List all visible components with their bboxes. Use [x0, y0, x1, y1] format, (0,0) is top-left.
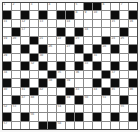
white-cell[interactable]: 17 [21, 28, 29, 35]
white-cell[interactable] [48, 113, 56, 120]
white-cell[interactable] [39, 28, 47, 35]
white-cell[interactable] [39, 71, 47, 78]
white-cell[interactable] [57, 54, 65, 61]
clue-number: 30 [40, 54, 43, 57]
white-cell[interactable] [120, 54, 128, 61]
white-cell[interactable]: 51 [102, 96, 110, 103]
clue-number: 46 [130, 88, 133, 91]
white-cell[interactable]: 5 [75, 3, 83, 10]
white-cell[interactable]: 53 [12, 105, 20, 112]
black-cell [66, 37, 74, 44]
white-cell[interactable] [93, 37, 101, 44]
white-cell[interactable]: 6 [102, 3, 110, 10]
black-cell [21, 79, 29, 86]
white-cell[interactable]: 38 [48, 79, 56, 86]
white-cell[interactable] [57, 3, 65, 10]
black-cell [111, 45, 119, 52]
white-cell[interactable] [12, 54, 20, 61]
white-cell[interactable]: 31 [93, 54, 101, 61]
white-cell[interactable] [57, 45, 65, 52]
white-cell[interactable]: 9 [84, 11, 92, 18]
white-cell[interactable]: 48 [30, 96, 38, 103]
clue-number: 57 [4, 122, 7, 125]
white-cell[interactable]: 47 [21, 96, 29, 103]
white-cell[interactable] [12, 20, 20, 27]
white-cell[interactable] [129, 71, 137, 78]
white-cell[interactable] [3, 96, 11, 103]
white-cell[interactable]: 2 [12, 3, 20, 10]
white-cell[interactable]: 43 [75, 88, 83, 95]
white-cell[interactable] [66, 71, 74, 78]
white-cell[interactable] [84, 122, 92, 129]
white-cell[interactable] [30, 105, 38, 112]
white-cell[interactable] [39, 113, 47, 120]
black-cell [12, 96, 20, 103]
clue-number: 25 [121, 37, 124, 40]
white-cell[interactable] [66, 122, 74, 129]
clue-number: 23 [76, 37, 79, 40]
white-cell[interactable]: 42 [39, 88, 47, 95]
black-cell [57, 96, 65, 103]
clue-number: 34 [4, 71, 7, 74]
white-cell[interactable]: 35 [57, 71, 65, 78]
black-cell [129, 79, 137, 86]
white-cell[interactable]: 21 [39, 37, 47, 44]
white-cell[interactable] [75, 20, 83, 27]
white-cell[interactable] [12, 45, 20, 52]
black-cell [48, 122, 56, 129]
white-cell[interactable] [84, 88, 92, 95]
white-cell[interactable] [21, 3, 29, 10]
white-cell[interactable] [66, 105, 74, 112]
white-cell[interactable]: 20 [12, 37, 20, 44]
black-cell [75, 28, 83, 35]
white-cell[interactable]: 24 [111, 37, 119, 44]
white-cell[interactable]: 29 [3, 54, 11, 61]
white-cell[interactable] [21, 37, 29, 44]
black-cell [111, 62, 119, 69]
clue-number: 3 [31, 3, 33, 6]
black-cell [102, 88, 110, 95]
clue-number: 11 [4, 20, 7, 23]
clue-number: 45 [112, 88, 115, 91]
black-cell [93, 62, 101, 69]
clue-number: 7 [121, 3, 123, 6]
white-cell[interactable]: 44 [93, 88, 101, 95]
clue-number: 31 [94, 54, 97, 57]
white-cell[interactable] [12, 62, 20, 69]
clue-number: 44 [94, 88, 97, 91]
white-cell[interactable] [111, 54, 119, 61]
white-cell[interactable] [120, 11, 128, 18]
white-cell[interactable] [120, 71, 128, 78]
white-cell[interactable] [3, 28, 11, 35]
clue-number: 39 [67, 79, 70, 82]
white-cell[interactable] [12, 71, 20, 78]
white-cell[interactable]: 1 [3, 3, 11, 10]
white-cell[interactable]: 39 [66, 79, 74, 86]
clue-number: 6 [103, 3, 105, 6]
crossword-grid: 1234567891011121314151617181920212223242… [2, 2, 138, 130]
white-cell[interactable] [102, 105, 110, 112]
black-cell [66, 113, 74, 120]
white-cell[interactable] [30, 45, 38, 52]
clue-number: 26 [49, 45, 52, 48]
white-cell[interactable]: 8 [75, 11, 83, 18]
black-cell [129, 113, 137, 120]
white-cell[interactable]: 40 [3, 88, 11, 95]
clue-number: 42 [40, 88, 43, 91]
black-cell [129, 45, 137, 52]
white-cell[interactable] [66, 3, 74, 10]
white-cell[interactable] [75, 122, 83, 129]
black-cell [57, 11, 65, 18]
clue-number: 16 [130, 20, 133, 23]
white-cell[interactable]: 26 [48, 45, 56, 52]
white-cell[interactable]: 57 [3, 122, 11, 129]
white-cell[interactable]: 10 [93, 11, 101, 18]
white-cell[interactable] [120, 113, 128, 120]
black-cell [129, 62, 137, 69]
white-cell[interactable] [102, 11, 110, 18]
white-cell[interactable] [75, 105, 83, 112]
black-cell [39, 11, 47, 18]
white-cell[interactable] [129, 37, 137, 44]
black-cell [12, 28, 20, 35]
white-cell[interactable]: 23 [75, 37, 83, 44]
black-cell [93, 79, 101, 86]
white-cell[interactable]: 33 [84, 62, 92, 69]
black-cell [3, 113, 11, 120]
white-cell[interactable]: 19 [3, 37, 11, 44]
white-cell[interactable] [48, 37, 56, 44]
white-cell[interactable] [75, 79, 83, 86]
clue-number: 1 [4, 3, 6, 6]
black-cell [75, 96, 83, 103]
black-cell [93, 113, 101, 120]
white-cell[interactable] [84, 113, 92, 120]
white-cell[interactable] [12, 11, 20, 18]
white-cell[interactable] [129, 105, 137, 112]
white-cell[interactable] [12, 122, 20, 129]
white-cell[interactable] [66, 54, 74, 61]
clue-number: 10 [94, 11, 97, 14]
white-cell[interactable]: 25 [120, 37, 128, 44]
clue-number: 14 [67, 20, 70, 23]
clue-number: 32 [31, 62, 34, 65]
white-cell[interactable] [84, 20, 92, 27]
white-cell[interactable] [129, 3, 137, 10]
white-cell[interactable] [102, 113, 110, 120]
black-cell [39, 79, 47, 86]
white-cell[interactable]: 32 [30, 62, 38, 69]
white-cell[interactable] [48, 54, 56, 61]
clue-number: 28 [103, 45, 106, 48]
white-cell[interactable] [111, 28, 119, 35]
white-cell[interactable]: 22 [57, 37, 65, 44]
clue-number: 19 [4, 37, 7, 40]
white-cell[interactable]: 4 [48, 3, 56, 10]
white-cell[interactable] [66, 62, 74, 69]
black-cell [3, 11, 11, 18]
white-cell[interactable]: 11 [3, 20, 11, 27]
white-cell[interactable] [84, 79, 92, 86]
white-cell[interactable] [12, 79, 20, 86]
black-cell [21, 62, 29, 69]
white-cell[interactable] [102, 28, 110, 35]
white-cell[interactable] [30, 79, 38, 86]
clue-number: 27 [67, 45, 70, 48]
white-cell[interactable]: 15 [111, 20, 119, 27]
white-cell[interactable] [111, 122, 119, 129]
white-cell[interactable]: 12 [21, 20, 29, 27]
white-cell[interactable] [84, 37, 92, 44]
clue-number: 52 [4, 105, 7, 108]
white-cell[interactable]: 41 [21, 88, 29, 95]
clue-number: 2 [13, 3, 15, 6]
white-cell[interactable] [30, 11, 38, 18]
black-cell [93, 3, 101, 10]
white-cell[interactable] [93, 122, 101, 129]
black-cell [129, 11, 137, 18]
clue-number: 35 [58, 71, 61, 74]
white-cell[interactable] [39, 105, 47, 112]
white-cell[interactable] [21, 105, 29, 112]
black-cell [102, 71, 110, 78]
white-cell[interactable] [102, 54, 110, 61]
clue-number: 53 [13, 105, 16, 108]
white-cell[interactable] [39, 96, 47, 103]
clue-number: 24 [112, 37, 115, 40]
white-cell[interactable]: 50 [84, 96, 92, 103]
clue-number: 48 [31, 96, 34, 99]
clue-number: 50 [85, 96, 88, 99]
black-cell [3, 45, 11, 52]
white-cell[interactable]: 16 [129, 20, 137, 27]
white-cell[interactable]: 18 [84, 28, 92, 35]
black-cell [111, 11, 119, 18]
white-cell[interactable] [102, 79, 110, 86]
clue-number: 15 [112, 20, 115, 23]
white-cell[interactable] [48, 20, 56, 27]
white-cell[interactable] [120, 79, 128, 86]
black-cell [3, 62, 11, 69]
white-cell[interactable] [21, 54, 29, 61]
white-cell[interactable] [120, 62, 128, 69]
white-cell[interactable] [120, 88, 128, 95]
white-cell[interactable] [129, 122, 137, 129]
white-cell[interactable] [12, 88, 20, 95]
black-cell [102, 37, 110, 44]
white-cell[interactable] [111, 96, 119, 103]
black-cell [75, 45, 83, 52]
black-cell [21, 11, 29, 18]
white-cell[interactable]: 52 [3, 105, 11, 112]
black-cell [120, 96, 128, 103]
white-cell[interactable] [30, 71, 38, 78]
white-cell[interactable] [84, 45, 92, 52]
black-cell [66, 88, 74, 95]
white-cell[interactable] [102, 122, 110, 129]
black-cell [3, 79, 11, 86]
white-cell[interactable] [30, 122, 38, 129]
white-cell[interactable] [30, 20, 38, 27]
black-cell [57, 79, 65, 86]
black-cell [39, 45, 47, 52]
clue-number: 37 [112, 71, 115, 74]
clue-number: 55 [121, 105, 124, 108]
white-cell[interactable] [129, 54, 137, 61]
clue-number: 33 [85, 62, 88, 65]
white-cell[interactable] [84, 105, 92, 112]
white-cell[interactable]: 49 [66, 96, 74, 103]
white-cell[interactable]: 30 [39, 54, 47, 61]
white-cell[interactable]: 45 [111, 88, 119, 95]
white-cell[interactable] [12, 113, 20, 120]
white-cell[interactable]: 36 [75, 71, 83, 78]
black-cell [120, 28, 128, 35]
black-cell [66, 11, 74, 18]
black-cell [111, 113, 119, 120]
white-cell[interactable] [111, 3, 119, 10]
clue-number: 38 [49, 79, 52, 82]
clue-number: 56 [31, 113, 34, 116]
white-cell[interactable]: 56 [30, 113, 38, 120]
black-cell [84, 3, 92, 10]
white-cell[interactable]: 27 [66, 45, 74, 52]
white-cell[interactable] [93, 105, 101, 112]
white-cell[interactable] [57, 20, 65, 27]
white-cell[interactable] [102, 62, 110, 69]
black-cell [84, 54, 92, 61]
clue-number: 21 [40, 37, 43, 40]
white-cell[interactable]: 28 [102, 45, 110, 52]
clue-number: 12 [22, 20, 25, 23]
clue-number: 29 [4, 54, 7, 57]
white-cell[interactable] [48, 11, 56, 18]
white-cell[interactable]: 7 [120, 3, 128, 10]
white-cell[interactable]: 14 [66, 20, 74, 27]
clue-number: 54 [58, 105, 61, 108]
white-cell[interactable] [102, 20, 110, 27]
white-cell[interactable] [48, 28, 56, 35]
white-cell[interactable] [93, 96, 101, 103]
black-cell [93, 45, 101, 52]
clue-number: 8 [76, 11, 78, 14]
black-cell [111, 79, 119, 86]
white-cell[interactable] [48, 62, 56, 69]
white-cell[interactable] [120, 122, 128, 129]
black-cell [30, 37, 38, 44]
black-cell [39, 62, 47, 69]
white-cell[interactable] [57, 88, 65, 95]
white-cell[interactable]: 37 [111, 71, 119, 78]
white-cell[interactable] [120, 45, 128, 52]
black-cell [48, 71, 56, 78]
clue-number: 47 [22, 96, 25, 99]
white-cell[interactable] [93, 71, 101, 78]
black-cell [75, 113, 83, 120]
white-cell[interactable] [129, 28, 137, 35]
white-cell[interactable]: 34 [3, 71, 11, 78]
white-cell[interactable] [75, 54, 83, 61]
clue-number: 58 [58, 122, 61, 125]
white-cell[interactable] [48, 105, 56, 112]
clue-number: 22 [58, 37, 61, 40]
white-cell[interactable] [57, 113, 65, 120]
black-cell [30, 88, 38, 95]
clue-number: 18 [85, 28, 88, 31]
white-cell[interactable] [39, 3, 47, 10]
white-cell[interactable]: 55 [120, 105, 128, 112]
white-cell[interactable]: 54 [57, 105, 65, 112]
clue-number: 9 [85, 11, 87, 14]
white-cell[interactable] [120, 20, 128, 27]
white-cell[interactable] [93, 20, 101, 27]
white-cell[interactable] [66, 28, 74, 35]
white-cell[interactable]: 46 [129, 88, 137, 95]
clue-number: 43 [76, 88, 79, 91]
white-cell[interactable] [111, 105, 119, 112]
black-cell [39, 122, 47, 129]
white-cell[interactable] [21, 71, 29, 78]
white-cell[interactable]: 3 [30, 3, 38, 10]
clue-number: 4 [49, 3, 51, 6]
white-cell[interactable] [84, 71, 92, 78]
clue-number: 36 [76, 71, 79, 74]
black-cell [21, 45, 29, 52]
white-cell[interactable] [21, 122, 29, 129]
white-cell[interactable] [129, 96, 137, 103]
black-cell [75, 62, 83, 69]
clue-number: 13 [40, 20, 43, 23]
clue-number: 41 [22, 88, 25, 91]
white-cell[interactable] [48, 96, 56, 103]
white-cell[interactable] [48, 88, 56, 95]
clue-number: 51 [103, 96, 106, 99]
white-cell[interactable] [30, 28, 38, 35]
white-cell[interactable]: 58 [57, 122, 65, 129]
clue-number: 40 [4, 88, 7, 91]
black-cell [57, 62, 65, 69]
clue-number: 49 [67, 96, 70, 99]
black-cell [21, 113, 29, 120]
clue-number: 20 [13, 37, 16, 40]
clue-number: 17 [22, 28, 25, 31]
white-cell[interactable]: 13 [39, 20, 47, 27]
black-cell [57, 28, 65, 35]
white-cell[interactable] [93, 28, 101, 35]
black-cell [30, 54, 38, 61]
clue-number: 5 [76, 3, 78, 6]
